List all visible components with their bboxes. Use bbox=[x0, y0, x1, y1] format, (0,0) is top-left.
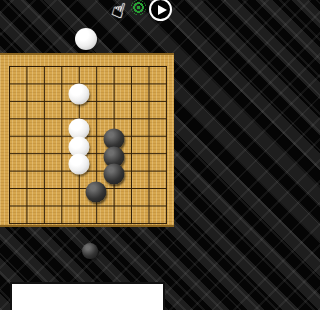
black-stone bbox=[103, 164, 124, 185]
game-screen: ☝ bbox=[0, 0, 174, 310]
play-button[interactable] bbox=[149, 0, 172, 21]
green-target-icon bbox=[131, 0, 146, 15]
black-stone bbox=[86, 181, 107, 202]
bottom-white-panel bbox=[10, 282, 165, 310]
game-board[interactable] bbox=[0, 53, 174, 227]
white-stone bbox=[68, 154, 89, 175]
white-turn-indicator-stone bbox=[75, 28, 97, 50]
hint-button[interactable]: ☝ bbox=[110, 0, 146, 24]
black-tray-stone bbox=[82, 243, 98, 259]
tap-hand-icon: ☝ bbox=[109, 0, 129, 23]
white-stone bbox=[68, 84, 89, 105]
play-icon bbox=[158, 5, 167, 15]
